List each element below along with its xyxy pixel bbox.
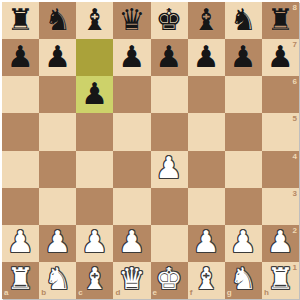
square-d2[interactable]: ♟ (113, 225, 150, 262)
square-h8[interactable]: ♜8 (262, 2, 299, 39)
square-e3[interactable] (151, 188, 188, 225)
square-b1[interactable]: ♞b (39, 262, 76, 299)
square-c3[interactable] (76, 188, 113, 225)
piece-white-pawn[interactable]: ♟ (7, 227, 34, 257)
square-b8[interactable]: ♞ (39, 2, 76, 39)
square-e6[interactable] (151, 76, 188, 113)
piece-black-pawn[interactable]: ♟ (156, 42, 183, 72)
square-f8[interactable]: ♝ (188, 2, 225, 39)
piece-black-knight[interactable]: ♞ (230, 5, 257, 35)
square-d7[interactable]: ♟ (113, 39, 150, 76)
piece-white-rook[interactable]: ♜ (7, 264, 34, 294)
square-b2[interactable]: ♟ (39, 225, 76, 262)
piece-black-bishop[interactable]: ♝ (81, 5, 108, 35)
square-e2[interactable] (151, 225, 188, 262)
square-a4[interactable] (2, 151, 39, 188)
square-d8[interactable]: ♛ (113, 2, 150, 39)
piece-black-pawn[interactable]: ♟ (118, 42, 145, 72)
square-g6[interactable] (225, 76, 262, 113)
square-e8[interactable]: ♚ (151, 2, 188, 39)
square-g5[interactable] (225, 113, 262, 150)
square-d1[interactable]: ♛d (113, 262, 150, 299)
piece-black-pawn[interactable]: ♟ (81, 79, 108, 109)
square-b7[interactable]: ♟ (39, 39, 76, 76)
square-h1[interactable]: ♜1h (262, 262, 299, 299)
square-b4[interactable] (39, 151, 76, 188)
square-f4[interactable] (188, 151, 225, 188)
piece-white-bishop[interactable]: ♝ (81, 264, 108, 294)
square-h5[interactable]: 5 (262, 113, 299, 150)
square-g3[interactable] (225, 188, 262, 225)
square-c5[interactable] (76, 113, 113, 150)
square-g7[interactable]: ♟ (225, 39, 262, 76)
square-a5[interactable] (2, 113, 39, 150)
square-h4[interactable]: 4 (262, 151, 299, 188)
piece-white-pawn[interactable]: ♟ (267, 227, 294, 257)
square-b6[interactable] (39, 76, 76, 113)
rank-label-4: 4 (293, 153, 297, 161)
piece-black-pawn[interactable]: ♟ (230, 42, 257, 72)
piece-white-knight[interactable]: ♞ (230, 264, 257, 294)
piece-black-rook[interactable]: ♜ (267, 5, 294, 35)
square-d6[interactable] (113, 76, 150, 113)
square-e7[interactable]: ♟ (151, 39, 188, 76)
square-f1[interactable]: ♝f (188, 262, 225, 299)
piece-white-bishop[interactable]: ♝ (193, 264, 220, 294)
piece-white-pawn[interactable]: ♟ (156, 153, 183, 183)
square-d4[interactable] (113, 151, 150, 188)
square-f6[interactable] (188, 76, 225, 113)
piece-white-king[interactable]: ♚ (156, 264, 183, 294)
piece-white-pawn[interactable]: ♟ (81, 227, 108, 257)
square-c4[interactable] (76, 151, 113, 188)
square-c1[interactable]: ♝c (76, 262, 113, 299)
square-d3[interactable] (113, 188, 150, 225)
square-a7[interactable]: ♟ (2, 39, 39, 76)
square-h7[interactable]: ♟7 (262, 39, 299, 76)
piece-white-pawn[interactable]: ♟ (118, 227, 145, 257)
square-c6[interactable]: ♟ (76, 76, 113, 113)
piece-black-pawn[interactable]: ♟ (44, 42, 71, 72)
square-e5[interactable] (151, 113, 188, 150)
piece-white-pawn[interactable]: ♟ (230, 227, 257, 257)
square-c2[interactable]: ♟ (76, 225, 113, 262)
rank-label-3: 3 (293, 190, 297, 198)
piece-black-knight[interactable]: ♞ (44, 5, 71, 35)
square-c8[interactable]: ♝ (76, 2, 113, 39)
piece-white-pawn[interactable]: ♟ (193, 227, 220, 257)
square-a8[interactable]: ♜ (2, 2, 39, 39)
square-f5[interactable] (188, 113, 225, 150)
square-f7[interactable]: ♟ (188, 39, 225, 76)
square-a3[interactable] (2, 188, 39, 225)
square-a2[interactable]: ♟ (2, 225, 39, 262)
piece-black-rook[interactable]: ♜ (7, 5, 34, 35)
rank-label-6: 6 (293, 78, 297, 86)
piece-white-queen[interactable]: ♛ (118, 264, 145, 294)
square-a6[interactable] (2, 76, 39, 113)
piece-white-rook[interactable]: ♜ (267, 264, 294, 294)
square-f3[interactable] (188, 188, 225, 225)
chess-board: ♜♞♝♛♚♝♞♜8♟♟♟♟♟♟♟7♟65♟43♟♟♟♟♟♟♟2♜a♞b♝c♛d♚… (2, 2, 299, 299)
piece-black-bishop[interactable]: ♝ (193, 5, 220, 35)
square-h6[interactable]: 6 (262, 76, 299, 113)
chess-board-container: ♜♞♝♛♚♝♞♜8♟♟♟♟♟♟♟7♟65♟43♟♟♟♟♟♟♟2♜a♞b♝c♛d♚… (2, 2, 299, 299)
piece-white-knight[interactable]: ♞ (44, 264, 71, 294)
square-g1[interactable]: ♞g (225, 262, 262, 299)
square-g4[interactable] (225, 151, 262, 188)
square-d5[interactable] (113, 113, 150, 150)
piece-black-pawn[interactable]: ♟ (267, 42, 294, 72)
rank-label-5: 5 (293, 115, 297, 123)
piece-white-pawn[interactable]: ♟ (44, 227, 71, 257)
piece-black-pawn[interactable]: ♟ (7, 42, 34, 72)
square-b3[interactable] (39, 188, 76, 225)
square-g8[interactable]: ♞ (225, 2, 262, 39)
square-e4[interactable]: ♟ (151, 151, 188, 188)
square-h3[interactable]: 3 (262, 188, 299, 225)
piece-black-pawn[interactable]: ♟ (193, 42, 220, 72)
square-a1[interactable]: ♜a (2, 262, 39, 299)
square-c7[interactable] (76, 39, 113, 76)
piece-black-king[interactable]: ♚ (156, 5, 183, 35)
square-b5[interactable] (39, 113, 76, 150)
piece-black-queen[interactable]: ♛ (118, 5, 145, 35)
square-h2[interactable]: ♟2 (262, 225, 299, 262)
square-f2[interactable]: ♟ (188, 225, 225, 262)
square-g2[interactable]: ♟ (225, 225, 262, 262)
square-e1[interactable]: ♚e (151, 262, 188, 299)
